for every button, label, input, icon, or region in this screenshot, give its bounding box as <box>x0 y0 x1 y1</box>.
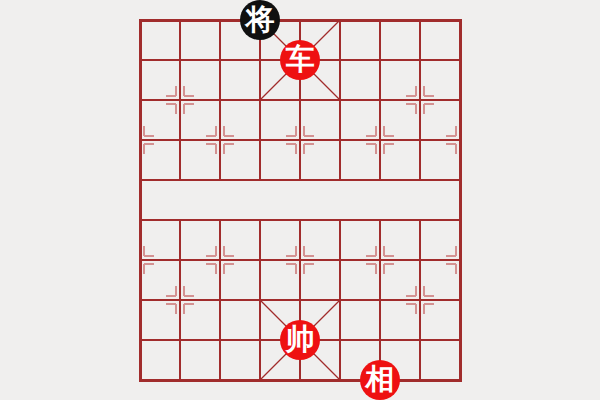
board-intersection[interactable] <box>200 360 240 400</box>
board-intersection[interactable] <box>400 240 440 280</box>
board-intersection[interactable] <box>440 200 480 240</box>
board-intersection[interactable] <box>120 160 160 200</box>
board-intersection[interactable] <box>320 40 360 80</box>
board-intersection[interactable] <box>200 0 240 40</box>
board-intersection[interactable] <box>160 120 200 160</box>
board-intersection[interactable] <box>320 80 360 120</box>
board-intersection[interactable] <box>440 280 480 320</box>
board-intersection[interactable] <box>320 160 360 200</box>
board-intersection[interactable] <box>280 200 320 240</box>
piece-glyph: 相 <box>366 365 395 394</box>
board-intersection[interactable] <box>200 320 240 360</box>
xiangqi-board-screen: 将车帅相 <box>0 0 600 400</box>
board-intersection[interactable] <box>240 120 280 160</box>
board-intersection[interactable] <box>160 0 200 40</box>
board-intersection[interactable] <box>440 120 480 160</box>
board-intersection[interactable] <box>240 200 280 240</box>
board-intersection[interactable] <box>240 80 280 120</box>
piece-glyph: 车 <box>286 45 315 74</box>
board-intersection[interactable] <box>160 240 200 280</box>
board-intersection[interactable] <box>280 360 320 400</box>
board-intersection[interactable]: 相 <box>360 360 400 400</box>
board-intersection[interactable] <box>400 80 440 120</box>
board-intersection[interactable] <box>280 240 320 280</box>
board-intersection[interactable] <box>280 0 320 40</box>
board-intersection[interactable] <box>160 40 200 80</box>
board-intersection[interactable] <box>280 280 320 320</box>
board-intersection[interactable] <box>280 80 320 120</box>
board-intersection[interactable] <box>400 320 440 360</box>
board-intersection[interactable] <box>320 280 360 320</box>
board-intersection[interactable] <box>360 280 400 320</box>
board-intersection[interactable] <box>360 160 400 200</box>
board-intersection[interactable]: 车 <box>280 40 320 80</box>
board-intersection[interactable] <box>160 280 200 320</box>
board-intersection[interactable] <box>360 80 400 120</box>
board-intersection[interactable] <box>440 0 480 40</box>
board-intersection[interactable] <box>400 40 440 80</box>
red-chariot[interactable]: 车 <box>280 40 320 80</box>
board-intersection[interactable] <box>160 320 200 360</box>
board-intersection[interactable] <box>240 320 280 360</box>
board-intersection[interactable] <box>120 320 160 360</box>
piece-glyph: 将 <box>246 5 275 34</box>
board-intersection[interactable] <box>360 320 400 360</box>
board-intersection[interactable]: 将 <box>240 0 280 40</box>
board-intersection[interactable] <box>160 200 200 240</box>
board-intersection[interactable] <box>440 360 480 400</box>
board-intersection[interactable] <box>120 80 160 120</box>
board-intersection[interactable] <box>360 240 400 280</box>
board-intersection[interactable] <box>440 80 480 120</box>
board-intersection[interactable] <box>360 120 400 160</box>
board-intersection[interactable] <box>160 80 200 120</box>
board-intersection[interactable] <box>360 0 400 40</box>
board-intersection[interactable] <box>400 0 440 40</box>
piece-glyph: 帅 <box>286 325 315 354</box>
board-intersection[interactable] <box>360 40 400 80</box>
board-intersection[interactable] <box>240 280 280 320</box>
board-intersection[interactable] <box>440 40 480 80</box>
board-intersection[interactable] <box>320 320 360 360</box>
black-general[interactable]: 将 <box>240 0 280 40</box>
red-general[interactable]: 帅 <box>280 320 320 360</box>
board-intersection[interactable] <box>120 240 160 280</box>
xiangqi-board: 将车帅相 <box>120 0 480 400</box>
board-intersection[interactable] <box>120 40 160 80</box>
board-intersection[interactable] <box>400 280 440 320</box>
board-intersection[interactable] <box>240 360 280 400</box>
board-intersection[interactable] <box>160 160 200 200</box>
board-intersection[interactable] <box>320 360 360 400</box>
board-intersection[interactable] <box>400 360 440 400</box>
board-intersection[interactable] <box>200 80 240 120</box>
board-intersection[interactable] <box>320 120 360 160</box>
board-intersection[interactable] <box>200 240 240 280</box>
board-intersection[interactable] <box>440 160 480 200</box>
board-intersection[interactable] <box>160 360 200 400</box>
board-intersection[interactable] <box>120 120 160 160</box>
board-intersection[interactable] <box>200 120 240 160</box>
board-intersection[interactable] <box>320 200 360 240</box>
board-intersection[interactable] <box>240 240 280 280</box>
board-intersection[interactable] <box>280 120 320 160</box>
board-intersection[interactable] <box>200 200 240 240</box>
board-intersection[interactable] <box>320 0 360 40</box>
board-intersection[interactable] <box>400 200 440 240</box>
board-intersection[interactable] <box>200 40 240 80</box>
board-intersection[interactable] <box>440 320 480 360</box>
board-intersection[interactable] <box>200 280 240 320</box>
board-intersection[interactable] <box>400 160 440 200</box>
board-intersection[interactable] <box>240 40 280 80</box>
board-intersection[interactable] <box>280 160 320 200</box>
board-intersection[interactable] <box>360 200 400 240</box>
board-intersection[interactable] <box>200 160 240 200</box>
board-intersection[interactable] <box>120 200 160 240</box>
board-intersection[interactable]: 帅 <box>280 320 320 360</box>
red-elephant[interactable]: 相 <box>360 360 400 400</box>
board-intersection[interactable] <box>320 240 360 280</box>
board-intersection[interactable] <box>120 360 160 400</box>
board-intersection[interactable] <box>440 240 480 280</box>
board-intersection[interactable] <box>120 280 160 320</box>
board-intersection[interactable] <box>400 120 440 160</box>
board-intersection[interactable] <box>120 0 160 40</box>
board-intersection[interactable] <box>240 160 280 200</box>
